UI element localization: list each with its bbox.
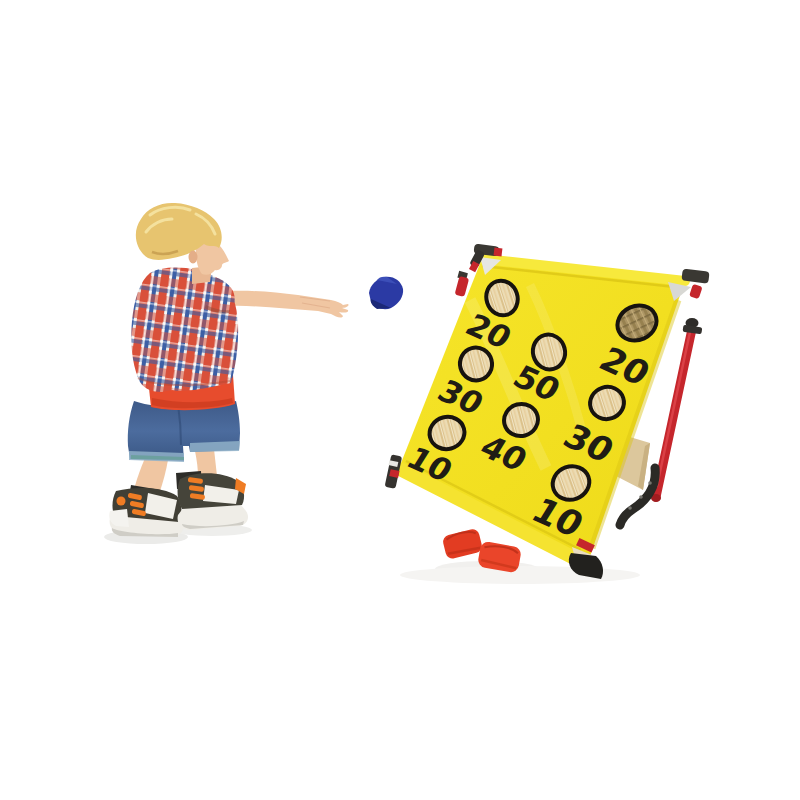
kickstand-clamp	[683, 325, 703, 335]
strap-hole-3	[628, 506, 632, 510]
product-photo-scene: 20 30 10 50 40 20 30 10	[0, 0, 800, 800]
corner-tl-red	[494, 248, 503, 257]
left-frame-clamp	[455, 276, 470, 297]
corner-tr-red	[689, 284, 703, 299]
blue-beanbag-in-flight	[369, 277, 403, 310]
shadow-board	[400, 566, 640, 584]
strap-hole-1	[648, 481, 652, 485]
scene-canvas: 20 30 10 50 40 20 30 10	[0, 0, 800, 800]
strap-hole-2	[639, 495, 643, 499]
child-arm	[227, 291, 349, 318]
child-ear	[189, 251, 198, 264]
red-beanbag-1	[442, 528, 484, 560]
child-back-shoe	[109, 488, 183, 537]
child-figure	[109, 203, 348, 537]
toss-board: 20 30 10 50 40 20 30 10	[385, 244, 710, 579]
child-front-shoe	[178, 473, 248, 530]
